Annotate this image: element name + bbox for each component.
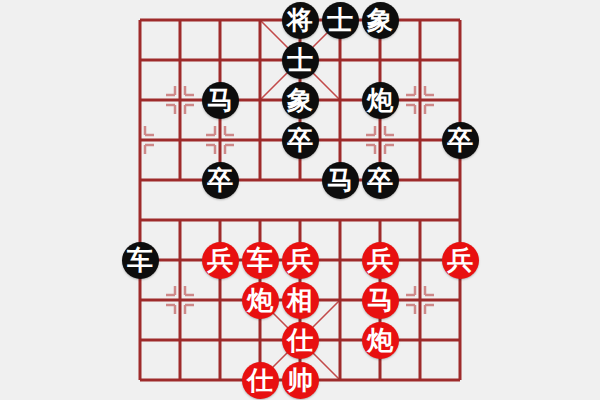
piece-red-soldier[interactable]: 兵 — [442, 242, 479, 279]
piece-red-soldier[interactable]: 兵 — [362, 242, 399, 279]
cell-r8-c6: 炮 — [360, 320, 400, 360]
piece-red-general[interactable]: 帅 — [282, 362, 319, 399]
cell-r0-c6: 象 — [360, 0, 400, 40]
cell-r3-c8: 卒 — [440, 120, 480, 160]
cell-r0-c4: 将 — [280, 0, 320, 40]
piece-black-advisor[interactable]: 士 — [282, 42, 319, 79]
cell-r6-c0: 车 — [120, 240, 160, 280]
piece-black-soldier[interactable]: 卒 — [362, 162, 399, 199]
cell-r2-c2: 马 — [200, 80, 240, 120]
piece-red-soldier[interactable]: 兵 — [282, 242, 319, 279]
cell-r3-c4: 卒 — [280, 120, 320, 160]
cell-r4-c5: 马 — [320, 160, 360, 200]
piece-black-horse[interactable]: 马 — [322, 162, 359, 199]
piece-red-cannon[interactable]: 炮 — [362, 322, 399, 359]
piece-black-chariot[interactable]: 车 — [122, 242, 159, 279]
cell-r0-c5: 士 — [320, 0, 360, 40]
board-grid: 将士象士马象炮卒卒卒马卒车兵车兵兵兵炮相马仕炮仕帅 — [120, 0, 480, 400]
piece-black-advisor[interactable]: 士 — [322, 2, 359, 39]
piece-red-advisor[interactable]: 仕 — [282, 322, 319, 359]
piece-black-cannon[interactable]: 炮 — [362, 82, 399, 119]
xiangqi-board: 将士象士马象炮卒卒卒马卒车兵车兵兵兵炮相马仕炮仕帅 — [0, 0, 600, 400]
piece-black-soldier[interactable]: 卒 — [202, 162, 239, 199]
cell-r8-c4: 仕 — [280, 320, 320, 360]
cell-r4-c2: 卒 — [200, 160, 240, 200]
piece-black-horse[interactable]: 马 — [202, 82, 239, 119]
cell-r7-c4: 相 — [280, 280, 320, 320]
piece-black-elephant[interactable]: 象 — [362, 2, 399, 39]
cell-r7-c3: 炮 — [240, 280, 280, 320]
cell-r9-c3: 仕 — [240, 360, 280, 400]
cell-r4-c6: 卒 — [360, 160, 400, 200]
cell-r2-c6: 炮 — [360, 80, 400, 120]
piece-red-soldier[interactable]: 兵 — [202, 242, 239, 279]
cell-r1-c4: 士 — [280, 40, 320, 80]
piece-red-advisor[interactable]: 仕 — [242, 362, 279, 399]
cell-r7-c6: 马 — [360, 280, 400, 320]
piece-red-elephant[interactable]: 相 — [282, 282, 319, 319]
piece-black-soldier[interactable]: 卒 — [282, 122, 319, 159]
cell-r6-c3: 车 — [240, 240, 280, 280]
piece-red-cannon[interactable]: 炮 — [242, 282, 279, 319]
cell-r6-c8: 兵 — [440, 240, 480, 280]
cell-r6-c6: 兵 — [360, 240, 400, 280]
piece-black-soldier[interactable]: 卒 — [442, 122, 479, 159]
cell-r6-c4: 兵 — [280, 240, 320, 280]
piece-black-general[interactable]: 将 — [282, 2, 319, 39]
piece-black-elephant[interactable]: 象 — [282, 82, 319, 119]
cell-r6-c2: 兵 — [200, 240, 240, 280]
cell-r9-c4: 帅 — [280, 360, 320, 400]
piece-red-chariot[interactable]: 车 — [242, 242, 279, 279]
cell-r2-c4: 象 — [280, 80, 320, 120]
piece-red-horse[interactable]: 马 — [362, 282, 399, 319]
